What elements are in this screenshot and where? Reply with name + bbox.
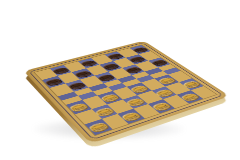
photo-background: ⛂⛂⛂⛂⛂⛂⛂⛂⛂⛂⛂⛂⛂⛂⛂⛂⛂⛂⛂⛂⛂⛂⛂⛂ — [0, 0, 240, 160]
